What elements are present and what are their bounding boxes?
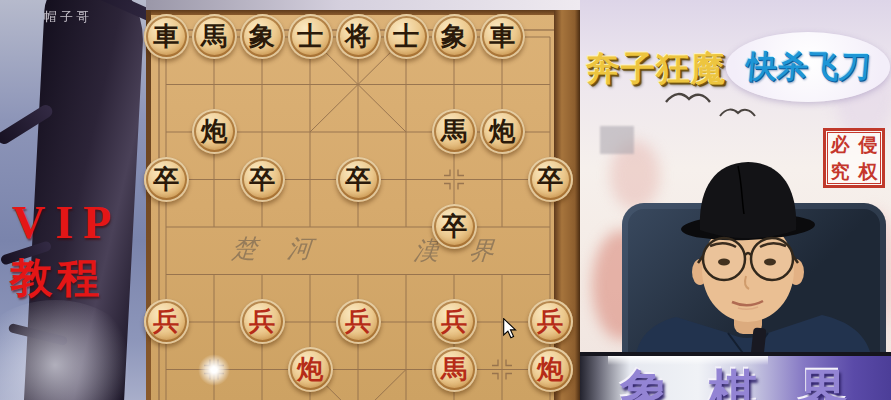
sparkle-effect: ✦ xyxy=(198,354,230,386)
piece-black-炮-1,2[interactable]: 炮 xyxy=(192,109,237,154)
piece-black-炮-7,2[interactable]: 炮 xyxy=(480,109,525,154)
piece-black-卒-2,3[interactable]: 卒 xyxy=(240,157,285,202)
piece-black-象-6,0[interactable]: 象 xyxy=(432,14,477,59)
stamp-char: 究 xyxy=(826,158,854,185)
stamp-char: 侵 xyxy=(854,131,882,158)
stream-screenshot: 帽子哥 VIP 教程 xyxy=(0,0,891,400)
piece-red-兵-8,6[interactable]: 兵 xyxy=(528,299,573,344)
piece-red-兵-4,6[interactable]: 兵 xyxy=(336,299,381,344)
stamp-char: 权 xyxy=(854,158,882,185)
channel-title-gold: 奔子狂魔 xyxy=(586,46,726,92)
channel-title-blue: 快杀飞刀 xyxy=(744,46,872,88)
piece-black-士-5,0[interactable]: 士 xyxy=(384,14,429,59)
piece-black-象-2,0[interactable]: 象 xyxy=(240,14,285,59)
piece-red-炮-3,7[interactable]: 炮 xyxy=(288,347,333,392)
piece-black-卒-6,4[interactable]: 卒 xyxy=(432,204,477,249)
piece-black-士-3,0[interactable]: 士 xyxy=(288,14,333,59)
piece-black-車-7,0[interactable]: 車 xyxy=(480,14,525,59)
banner-char: 象 xyxy=(620,360,670,400)
piece-red-馬-6,7[interactable]: 馬 xyxy=(432,347,477,392)
bottom-banner: 象 棋 界 xyxy=(580,352,891,400)
watermark-text: 帽子哥 xyxy=(44,8,92,26)
piece-red-兵-2,6[interactable]: 兵 xyxy=(240,299,285,344)
piece-red-兵-0,6[interactable]: 兵 xyxy=(144,299,189,344)
piece-black-将-4,0[interactable]: 将 xyxy=(336,14,381,59)
piece-black-卒-0,3[interactable]: 卒 xyxy=(144,157,189,202)
stamp-char: 必 xyxy=(826,131,854,158)
banner-char: 界 xyxy=(798,360,848,400)
tutorial-text: 教程 xyxy=(10,250,104,306)
piece-black-卒-8,3[interactable]: 卒 xyxy=(528,157,573,202)
piece-black-馬-6,2[interactable]: 馬 xyxy=(432,109,477,154)
cursor-icon xyxy=(503,318,517,343)
copyright-stamp: 必 侵 究 权 xyxy=(823,128,885,188)
banner-char: 棋 xyxy=(708,360,758,400)
fedora-hat xyxy=(681,162,816,242)
piece-black-馬-1,0[interactable]: 馬 xyxy=(192,14,237,59)
piece-red-兵-6,6[interactable]: 兵 xyxy=(432,299,477,344)
vip-text: VIP xyxy=(12,196,121,249)
piece-red-炮-8,7[interactable]: 炮 xyxy=(528,347,573,392)
piece-black-車-0,0[interactable]: 車 xyxy=(144,14,189,59)
piece-black-卒-4,3[interactable]: 卒 xyxy=(336,157,381,202)
webcam-panel: 奔子狂魔 快杀飞刀 必 侵 究 权 象 棋 界 xyxy=(580,0,891,400)
title-bubble: 快杀飞刀 xyxy=(726,32,890,102)
left-decoration-panel: 帽子哥 VIP 教程 xyxy=(0,0,146,400)
